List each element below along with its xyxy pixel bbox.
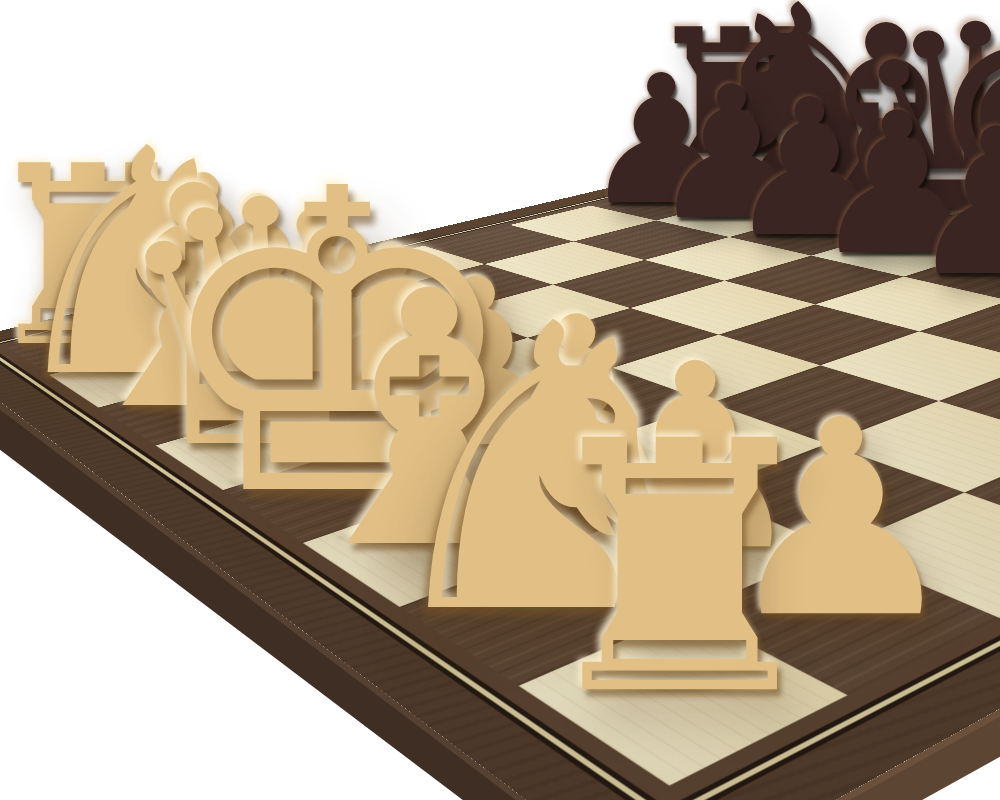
piece-black-pawn-e7[interactable]: ♟ bbox=[895, 102, 1000, 274]
chess-set-photo: ♜♞♝♛♚♝♞♜♟♟♟♟♟♟♟♟♟♟♟♟♟♟♟♟♜♞♝♛♚♝♞♜ bbox=[0, 0, 1000, 800]
pieces-layer: ♜♞♝♛♚♝♞♜♟♟♟♟♟♟♟♟♟♟♟♟♟♟♟♟♜♞♝♛♚♝♞♜ bbox=[0, 0, 1000, 800]
piece-white-rook-h1[interactable]: ♜ bbox=[507, 397, 853, 691]
white-rook-glyph: ♜ bbox=[525, 397, 835, 743]
black-pawn-glyph: ♟ bbox=[906, 102, 1000, 304]
